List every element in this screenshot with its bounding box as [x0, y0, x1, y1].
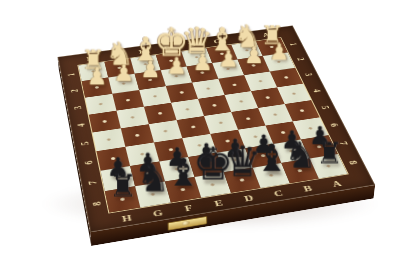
piece-white-pawn-g2[interactable]: ♟ [114, 63, 135, 85]
piece-white-pawn-b2[interactable]: ♟ [244, 45, 264, 66]
scene: HGFEDCBA HGFEDCBA 12345678 12345678 ♜♞♝♚… [0, 0, 420, 259]
piece-white-pawn-d2[interactable]: ♟ [193, 52, 213, 74]
square-h8[interactable]: ♜ [105, 186, 140, 212]
piece-black-knight-b8[interactable]: ♞ [284, 137, 317, 172]
piece-black-bishop-f8[interactable]: ♝ [166, 154, 200, 190]
piece-white-pawn-e2[interactable]: ♟ [167, 55, 187, 77]
piece-white-pawn-a2[interactable]: ♟ [269, 41, 289, 62]
piece-white-pawn-h2[interactable]: ♟ [87, 66, 108, 88]
piece-white-pawn-c2[interactable]: ♟ [218, 48, 238, 70]
brass-clasp [167, 216, 206, 231]
square-b3[interactable] [244, 71, 277, 91]
square-f2[interactable]: ♟ [135, 70, 166, 90]
piece-black-rook-h8[interactable]: ♜ [109, 171, 137, 200]
square-h2[interactable]: ♟ [82, 77, 113, 97]
piece-white-pawn-f2[interactable]: ♟ [140, 59, 161, 81]
piece-black-knight-g8[interactable]: ♞ [137, 160, 170, 195]
square-f8[interactable]: ♝ [165, 176, 201, 202]
square-h4[interactable] [89, 110, 121, 132]
square-e4[interactable] [171, 98, 204, 119]
square-g8[interactable]: ♞ [135, 181, 171, 207]
chess-board: HGFEDCBA HGFEDCBA 12345678 12345678 ♜♞♝♚… [58, 25, 376, 232]
piece-black-rook-a8[interactable]: ♜ [316, 139, 343, 167]
